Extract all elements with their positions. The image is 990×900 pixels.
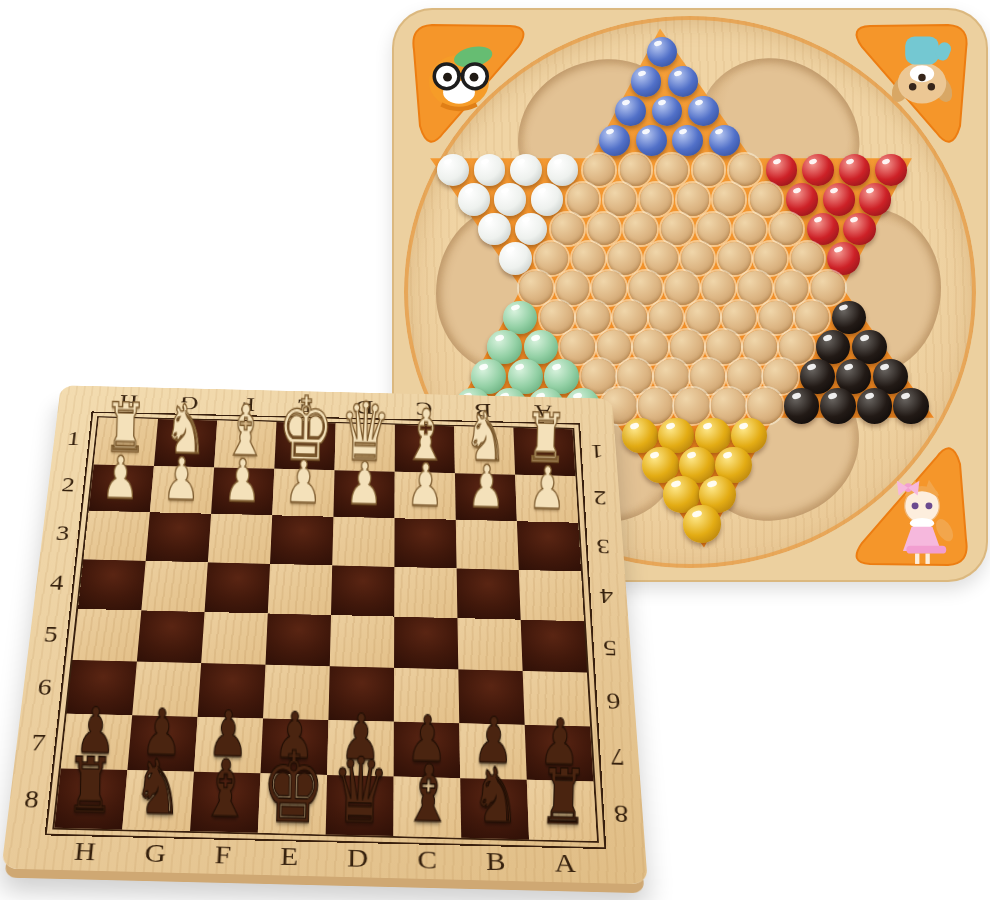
square-d5[interactable] — [330, 615, 394, 668]
marble-red-r5c10[interactable] — [823, 183, 855, 215]
marble-red-r4c11[interactable] — [839, 154, 871, 186]
hole-r8c7[interactable] — [775, 271, 809, 305]
square-h8[interactable]: ♜ — [54, 768, 127, 829]
square-g8[interactable]: ♞ — [122, 770, 194, 831]
coord-label-F: F — [240, 393, 255, 415]
hole-r9c7[interactable] — [759, 301, 793, 335]
coord-label-4: 4 — [599, 584, 614, 609]
coord-label-5: 5 — [602, 635, 617, 661]
square-h3[interactable] — [83, 511, 149, 561]
fox-girl-character-icon — [870, 466, 974, 570]
marble-blue-r1c1[interactable] — [668, 66, 698, 96]
square-g2[interactable]: ♟ — [150, 466, 214, 514]
square-g5[interactable] — [137, 610, 205, 663]
square-e4[interactable] — [268, 564, 332, 615]
marble-blue-r2c0[interactable] — [615, 96, 646, 127]
coord-label-G: G — [180, 392, 200, 414]
square-e8[interactable]: ♚ — [258, 773, 327, 834]
coord-label-G: G — [144, 838, 167, 867]
coord-label-F: F — [214, 840, 232, 869]
hole-r7c2[interactable] — [572, 242, 605, 275]
hole-r6c2[interactable] — [551, 213, 584, 246]
coord-label-A: A — [554, 848, 576, 878]
marble-blue-r3c3[interactable] — [709, 125, 740, 156]
hole-r5c3[interactable] — [567, 183, 599, 215]
square-f8[interactable]: ♝ — [190, 772, 260, 833]
white-pawn-f2[interactable]: ♟ — [224, 451, 262, 510]
coord-label-7: 7 — [30, 729, 47, 756]
coord-label-8: 8 — [23, 785, 41, 813]
square-c4[interactable] — [394, 567, 457, 618]
white-pawn-b2[interactable]: ♟ — [467, 457, 506, 516]
coord-label-1: 1 — [66, 427, 81, 449]
hole-r8c2[interactable] — [592, 271, 626, 305]
coord-label-B: B — [486, 847, 506, 876]
marble-red-r5c11[interactable] — [859, 183, 891, 215]
black-bishop-f8[interactable]: ♝ — [199, 749, 251, 829]
square-c8[interactable]: ♝ — [393, 777, 461, 838]
marble-white-r4c0[interactable] — [437, 154, 469, 186]
hole-r7c4[interactable] — [645, 242, 678, 275]
coord-label-2: 2 — [593, 486, 607, 509]
hole-r8c8[interactable] — [811, 271, 845, 305]
hole-r8c3[interactable] — [629, 271, 663, 305]
square-c3[interactable] — [394, 518, 456, 568]
white-pawn-g2[interactable]: ♟ — [163, 449, 201, 508]
black-bishop-c8[interactable]: ♝ — [402, 754, 454, 834]
marble-black-r12c11[interactable] — [857, 388, 892, 423]
hole-r8c4[interactable] — [665, 271, 699, 305]
coord-label-H: H — [73, 837, 97, 866]
hole-r8c0[interactable] — [519, 271, 553, 305]
coord-label-6: 6 — [36, 674, 53, 700]
square-b4[interactable] — [457, 568, 521, 619]
marble-red-r4c10[interactable] — [802, 154, 834, 186]
hole-r5c8[interactable] — [750, 183, 782, 215]
marble-white-r7c0[interactable] — [499, 242, 532, 275]
marble-white-r5c2[interactable] — [531, 183, 563, 215]
square-d3[interactable] — [332, 517, 394, 567]
marble-black-r9c9[interactable] — [832, 301, 866, 335]
coord-label-D: D — [347, 843, 368, 872]
coord-label-B: B — [475, 399, 492, 421]
square-d8[interactable]: ♛ — [326, 775, 394, 836]
square-a5[interactable] — [521, 620, 587, 673]
marble-white-r5c0[interactable] — [458, 183, 490, 215]
black-knight-g8[interactable]: ♞ — [133, 750, 183, 827]
square-f5[interactable] — [201, 612, 268, 665]
white-pawn-d2[interactable]: ♟ — [346, 454, 384, 513]
hole-r9c5[interactable] — [686, 301, 720, 335]
hole-r7c6[interactable] — [718, 242, 751, 275]
hole-r5c5[interactable] — [640, 183, 672, 215]
hole-r4c6[interactable] — [656, 154, 688, 186]
square-a4[interactable] — [519, 570, 584, 621]
coord-label-6: 6 — [606, 688, 622, 715]
black-knight-b8[interactable]: ♞ — [471, 758, 521, 835]
square-c5[interactable] — [394, 617, 458, 670]
coord-label-7: 7 — [609, 743, 625, 770]
square-g4[interactable] — [141, 561, 208, 612]
square-f3[interactable] — [208, 514, 272, 564]
coord-label-E: E — [297, 395, 313, 417]
marble-white-r4c3[interactable] — [547, 154, 579, 186]
square-e5[interactable] — [265, 613, 331, 666]
marble-white-r6c0[interactable] — [478, 213, 511, 246]
square-h5[interactable] — [73, 609, 142, 662]
square-e2[interactable]: ♟ — [272, 469, 334, 517]
coord-label-C: C — [417, 845, 437, 874]
hole-r8c5[interactable] — [702, 271, 736, 305]
square-g3[interactable] — [146, 512, 211, 562]
hole-r6c8[interactable] — [770, 213, 803, 246]
hole-r4c7[interactable] — [693, 154, 725, 186]
product-photo-scene: HGFEDCBA HGFEDCBA 12345678 12345678 ♜♞♝♚… — [0, 0, 990, 900]
square-h4[interactable] — [78, 559, 146, 610]
marble-white-r4c1[interactable] — [474, 154, 506, 186]
hole-r8c1[interactable] — [556, 271, 590, 305]
coord-label-4: 4 — [49, 570, 65, 595]
square-e3[interactable] — [270, 515, 333, 565]
black-king-e8[interactable]: ♚ — [260, 738, 325, 838]
black-rook-a8[interactable]: ♜ — [538, 760, 588, 837]
square-h2[interactable]: ♟ — [89, 464, 154, 512]
coord-label-2: 2 — [60, 473, 76, 496]
square-a8[interactable]: ♜ — [527, 780, 597, 841]
hole-r4c8[interactable] — [729, 154, 761, 186]
white-pawn-h2[interactable]: ♟ — [102, 448, 140, 507]
marble-red-r5c9[interactable] — [786, 183, 818, 215]
marble-white-r4c2[interactable] — [510, 154, 542, 186]
hole-r7c8[interactable] — [791, 242, 824, 275]
coord-label-3: 3 — [596, 534, 611, 558]
black-rook-h8[interactable]: ♜ — [65, 748, 115, 825]
marble-white-r5c1[interactable] — [494, 183, 526, 215]
marble-blue-r3c1[interactable] — [636, 125, 667, 156]
hole-r6c4[interactable] — [624, 213, 657, 246]
marble-black-r12c12[interactable] — [893, 388, 928, 423]
chess-board-scene: HGFEDCBA HGFEDCBA 12345678 12345678 ♜♞♝♚… — [0, 330, 690, 900]
coord-label-E: E — [280, 842, 299, 871]
marble-blue-r0c0[interactable] — [647, 37, 677, 67]
marble-blue-r2c2[interactable] — [688, 96, 719, 127]
owl-character-icon — [406, 18, 512, 124]
hole-r4c5[interactable] — [620, 154, 652, 186]
coord-label-1: 1 — [590, 440, 604, 462]
square-b2[interactable]: ♟ — [455, 473, 517, 521]
hole-r8c6[interactable] — [738, 271, 772, 305]
square-f4[interactable] — [205, 562, 270, 613]
marble-black-r12c10[interactable] — [820, 388, 855, 423]
white-pawn-c2[interactable]: ♟ — [406, 455, 445, 514]
marble-blue-r1c0[interactable] — [631, 66, 661, 96]
hole-r4c4[interactable] — [583, 154, 615, 186]
square-d4[interactable] — [331, 565, 394, 616]
coord-label-A: A — [533, 400, 552, 422]
white-pawn-a2[interactable]: ♟ — [528, 458, 567, 517]
hole-r6c6[interactable] — [697, 213, 730, 246]
puppy-character-icon — [866, 14, 978, 126]
coord-label-5: 5 — [43, 621, 60, 647]
hole-r5c4[interactable] — [604, 183, 636, 215]
marble-red-r4c9[interactable] — [766, 154, 798, 186]
coord-label-8: 8 — [613, 800, 629, 828]
hole-r5c6[interactable] — [677, 183, 709, 215]
square-f2[interactable]: ♟ — [211, 467, 274, 515]
black-queen-d8[interactable]: ♛ — [331, 745, 390, 836]
square-b8[interactable]: ♞ — [460, 778, 529, 839]
marble-red-r6c10[interactable] — [843, 213, 876, 246]
marble-red-r4c12[interactable] — [875, 154, 907, 186]
square-b5[interactable] — [457, 618, 522, 671]
square-c2[interactable]: ♟ — [395, 472, 456, 520]
square-d2[interactable]: ♟ — [333, 470, 394, 518]
coord-label-3: 3 — [55, 521, 71, 545]
coord-label-C: C — [416, 398, 433, 420]
marble-black-r12c9[interactable] — [784, 388, 819, 423]
square-a2[interactable]: ♟ — [515, 475, 578, 523]
coord-label-H: H — [119, 390, 139, 412]
coord-label-D: D — [355, 396, 373, 418]
square-a3[interactable] — [517, 521, 581, 571]
chess-grid: ♜♞♝♚♛♝♞♜♟♟♟♟♟♟♟♟♟♟♟♟♟♟♟♟♜♞♝♚♛♝♞♜ — [52, 416, 599, 843]
hole-r5c7[interactable] — [713, 183, 745, 215]
chess-board: HGFEDCBA HGFEDCBA 12345678 12345678 ♜♞♝♚… — [1, 385, 647, 884]
square-b3[interactable] — [456, 520, 519, 570]
white-pawn-e2[interactable]: ♟ — [285, 452, 323, 511]
